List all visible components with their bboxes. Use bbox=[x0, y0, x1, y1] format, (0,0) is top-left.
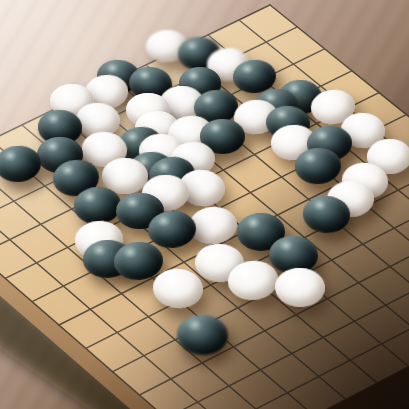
go-stone-black[interactable] bbox=[294, 147, 341, 185]
go-stone-white[interactable] bbox=[151, 266, 204, 309]
go-stone-white[interactable] bbox=[274, 267, 325, 308]
go-board-photo-scene bbox=[0, 0, 409, 409]
stones-layer bbox=[0, 0, 409, 409]
go-stone-black[interactable] bbox=[176, 314, 229, 357]
go-stone-black[interactable] bbox=[147, 210, 197, 251]
go-stone-black[interactable] bbox=[0, 145, 42, 183]
